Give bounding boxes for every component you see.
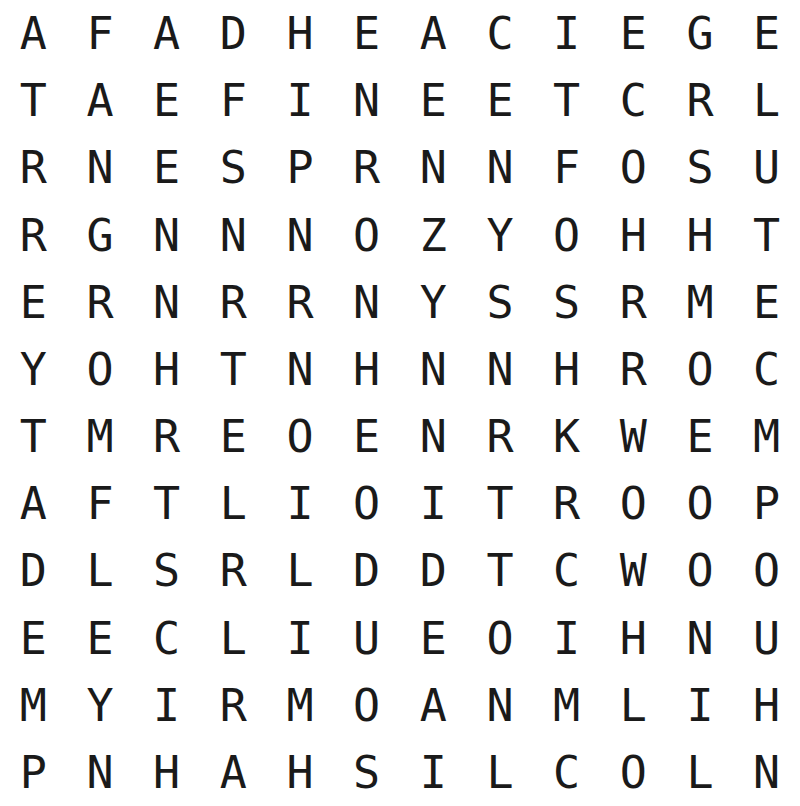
grid-cell-r6c11[interactable]: O	[667, 336, 734, 403]
grid-cell-r10c12[interactable]: U	[733, 604, 800, 671]
grid-cell-r5c6[interactable]: N	[333, 269, 400, 336]
grid-cell-r12c5[interactable]: H	[267, 739, 334, 806]
grid-cell-r1c9[interactable]: I	[533, 0, 600, 67]
grid-cell-r2c11[interactable]: R	[667, 67, 734, 134]
grid-cell-r9c9[interactable]: C	[533, 537, 600, 604]
grid-cell-r2c5[interactable]: I	[267, 67, 334, 134]
grid-cell-r11c8[interactable]: N	[467, 672, 534, 739]
grid-cell-r3c7[interactable]: N	[400, 134, 467, 201]
grid-cell-r6c12[interactable]: C	[733, 336, 800, 403]
grid-cell-r6c3[interactable]: H	[133, 336, 200, 403]
grid-cell-r3c5[interactable]: P	[267, 134, 334, 201]
grid-cell-r1c6[interactable]: E	[333, 0, 400, 67]
word-search-grid: AFADHEACIEGETAEFINEETCRLRNESPRNNFOSURGNN…	[0, 0, 800, 806]
grid-cell-r4c2[interactable]: G	[67, 201, 134, 268]
grid-cell-r1c10[interactable]: E	[600, 0, 667, 67]
grid-cell-r5c2[interactable]: R	[67, 269, 134, 336]
grid-cell-r8c5[interactable]: I	[267, 470, 334, 537]
grid-cell-r1c12[interactable]: E	[733, 0, 800, 67]
grid-cell-r11c5[interactable]: M	[267, 672, 334, 739]
grid-cell-r12c1[interactable]: P	[0, 739, 67, 806]
grid-cell-r10c2[interactable]: E	[67, 604, 134, 671]
grid-cell-r11c12[interactable]: H	[733, 672, 800, 739]
word-search-page: AFADHEACIEGETAEFINEETCRLRNESPRNNFOSURGNN…	[0, 0, 800, 806]
grid-cell-r6c7[interactable]: N	[400, 336, 467, 403]
grid-cell-r12c10[interactable]: O	[600, 739, 667, 806]
grid-cell-r3c8[interactable]: N	[467, 134, 534, 201]
grid-cell-r9c11[interactable]: O	[667, 537, 734, 604]
grid-cell-r7c1[interactable]: T	[0, 403, 67, 470]
grid-cell-r7c9[interactable]: K	[533, 403, 600, 470]
grid-cell-r6c2[interactable]: O	[67, 336, 134, 403]
grid-cell-r11c6[interactable]: O	[333, 672, 400, 739]
grid-cell-r10c8[interactable]: O	[467, 604, 534, 671]
grid-cell-r2c8[interactable]: E	[467, 67, 534, 134]
grid-cell-r9c1[interactable]: D	[0, 537, 67, 604]
grid-cell-r9c8[interactable]: T	[467, 537, 534, 604]
grid-cell-r6c6[interactable]: H	[333, 336, 400, 403]
grid-cell-r7c11[interactable]: E	[667, 403, 734, 470]
grid-cell-r3c12[interactable]: U	[733, 134, 800, 201]
grid-cell-r7c4[interactable]: E	[200, 403, 267, 470]
grid-cell-r1c7[interactable]: A	[400, 0, 467, 67]
grid-cell-r12c8[interactable]: L	[467, 739, 534, 806]
grid-cell-r1c2[interactable]: F	[67, 0, 134, 67]
grid-cell-r1c11[interactable]: G	[667, 0, 734, 67]
grid-cell-r12c3[interactable]: H	[133, 739, 200, 806]
grid-cell-r1c3[interactable]: A	[133, 0, 200, 67]
grid-cell-r11c3[interactable]: I	[133, 672, 200, 739]
grid-cell-r7c10[interactable]: W	[600, 403, 667, 470]
grid-cell-r10c6[interactable]: U	[333, 604, 400, 671]
grid-cell-r3c10[interactable]: O	[600, 134, 667, 201]
grid-cell-r2c7[interactable]: E	[400, 67, 467, 134]
grid-cell-r8c4[interactable]: L	[200, 470, 267, 537]
grid-cell-r8c9[interactable]: R	[533, 470, 600, 537]
grid-cell-r7c8[interactable]: R	[467, 403, 534, 470]
grid-cell-r8c2[interactable]: F	[67, 470, 134, 537]
grid-cell-r4c8[interactable]: Y	[467, 201, 534, 268]
grid-cell-r7c3[interactable]: R	[133, 403, 200, 470]
grid-cell-r6c1[interactable]: Y	[0, 336, 67, 403]
grid-cell-r12c11[interactable]: L	[667, 739, 734, 806]
grid-cell-r8c11[interactable]: O	[667, 470, 734, 537]
grid-cell-r2c2[interactable]: A	[67, 67, 134, 134]
grid-cell-r5c1[interactable]: E	[0, 269, 67, 336]
grid-cell-r9c5[interactable]: L	[267, 537, 334, 604]
grid-cell-r5c9[interactable]: S	[533, 269, 600, 336]
grid-cell-r10c11[interactable]: N	[667, 604, 734, 671]
grid-cell-r9c12[interactable]: O	[733, 537, 800, 604]
grid-cell-r11c2[interactable]: Y	[67, 672, 134, 739]
grid-cell-r10c5[interactable]: I	[267, 604, 334, 671]
grid-cell-r2c6[interactable]: N	[333, 67, 400, 134]
grid-cell-r7c2[interactable]: M	[67, 403, 134, 470]
grid-cell-r8c1[interactable]: A	[0, 470, 67, 537]
grid-cell-r7c5[interactable]: O	[267, 403, 334, 470]
grid-cell-r5c4[interactable]: R	[200, 269, 267, 336]
grid-cell-r1c5[interactable]: H	[267, 0, 334, 67]
grid-cell-r8c10[interactable]: O	[600, 470, 667, 537]
grid-cell-r6c8[interactable]: N	[467, 336, 534, 403]
grid-cell-r10c4[interactable]: L	[200, 604, 267, 671]
grid-cell-r3c6[interactable]: R	[333, 134, 400, 201]
grid-cell-r9c7[interactable]: D	[400, 537, 467, 604]
grid-cell-r1c8[interactable]: C	[467, 0, 534, 67]
grid-cell-r5c8[interactable]: S	[467, 269, 534, 336]
grid-cell-r4c11[interactable]: H	[667, 201, 734, 268]
grid-cell-r6c10[interactable]: R	[600, 336, 667, 403]
grid-cell-r8c3[interactable]: T	[133, 470, 200, 537]
grid-cell-r9c4[interactable]: R	[200, 537, 267, 604]
grid-cell-r3c2[interactable]: N	[67, 134, 134, 201]
grid-cell-r5c12[interactable]: E	[733, 269, 800, 336]
grid-cell-r5c3[interactable]: N	[133, 269, 200, 336]
grid-cell-r6c5[interactable]: N	[267, 336, 334, 403]
grid-cell-r7c12[interactable]: M	[733, 403, 800, 470]
grid-cell-r4c7[interactable]: Z	[400, 201, 467, 268]
grid-cell-r9c2[interactable]: L	[67, 537, 134, 604]
grid-cell-r7c6[interactable]: E	[333, 403, 400, 470]
grid-cell-r6c9[interactable]: H	[533, 336, 600, 403]
grid-cell-r9c6[interactable]: D	[333, 537, 400, 604]
grid-cell-r7c7[interactable]: N	[400, 403, 467, 470]
grid-cell-r2c12[interactable]: L	[733, 67, 800, 134]
grid-cell-r10c7[interactable]: E	[400, 604, 467, 671]
grid-cell-r1c1[interactable]: A	[0, 0, 67, 67]
grid-cell-r3c4[interactable]: S	[200, 134, 267, 201]
grid-cell-r10c10[interactable]: H	[600, 604, 667, 671]
grid-cell-r2c1[interactable]: T	[0, 67, 67, 134]
grid-cell-r2c4[interactable]: F	[200, 67, 267, 134]
grid-cell-r12c7[interactable]: I	[400, 739, 467, 806]
grid-cell-r4c4[interactable]: N	[200, 201, 267, 268]
grid-cell-r8c6[interactable]: O	[333, 470, 400, 537]
grid-cell-r5c10[interactable]: R	[600, 269, 667, 336]
grid-cell-r11c4[interactable]: R	[200, 672, 267, 739]
grid-cell-r4c10[interactable]: H	[600, 201, 667, 268]
grid-cell-r12c9[interactable]: C	[533, 739, 600, 806]
grid-cell-r12c6[interactable]: S	[333, 739, 400, 806]
grid-cell-r11c1[interactable]: M	[0, 672, 67, 739]
grid-cell-r3c1[interactable]: R	[0, 134, 67, 201]
grid-cell-r2c10[interactable]: C	[600, 67, 667, 134]
grid-cell-r8c8[interactable]: T	[467, 470, 534, 537]
grid-cell-r4c5[interactable]: N	[267, 201, 334, 268]
grid-cell-r9c10[interactable]: W	[600, 537, 667, 604]
grid-cell-r9c3[interactable]: S	[133, 537, 200, 604]
grid-cell-r3c11[interactable]: S	[667, 134, 734, 201]
grid-cell-r10c1[interactable]: E	[0, 604, 67, 671]
grid-cell-r6c4[interactable]: T	[200, 336, 267, 403]
grid-cell-r4c6[interactable]: O	[333, 201, 400, 268]
grid-cell-r8c7[interactable]: I	[400, 470, 467, 537]
grid-cell-r10c3[interactable]: C	[133, 604, 200, 671]
grid-cell-r2c3[interactable]: E	[133, 67, 200, 134]
grid-cell-r11c9[interactable]: M	[533, 672, 600, 739]
grid-cell-r3c9[interactable]: F	[533, 134, 600, 201]
grid-cell-r2c9[interactable]: T	[533, 67, 600, 134]
grid-cell-r10c9[interactable]: I	[533, 604, 600, 671]
grid-cell-r11c10[interactable]: L	[600, 672, 667, 739]
grid-cell-r4c3[interactable]: N	[133, 201, 200, 268]
grid-cell-r1c4[interactable]: D	[200, 0, 267, 67]
grid-cell-r5c11[interactable]: M	[667, 269, 734, 336]
grid-cell-r12c4[interactable]: A	[200, 739, 267, 806]
grid-cell-r11c7[interactable]: A	[400, 672, 467, 739]
grid-cell-r8c12[interactable]: P	[733, 470, 800, 537]
grid-cell-r3c3[interactable]: E	[133, 134, 200, 201]
grid-cell-r12c12[interactable]: N	[733, 739, 800, 806]
grid-cell-r5c7[interactable]: Y	[400, 269, 467, 336]
grid-cell-r5c5[interactable]: R	[267, 269, 334, 336]
grid-cell-r4c1[interactable]: R	[0, 201, 67, 268]
grid-cell-r11c11[interactable]: I	[667, 672, 734, 739]
grid-cell-r12c2[interactable]: N	[67, 739, 134, 806]
grid-cell-r4c9[interactable]: O	[533, 201, 600, 268]
grid-cell-r4c12[interactable]: T	[733, 201, 800, 268]
